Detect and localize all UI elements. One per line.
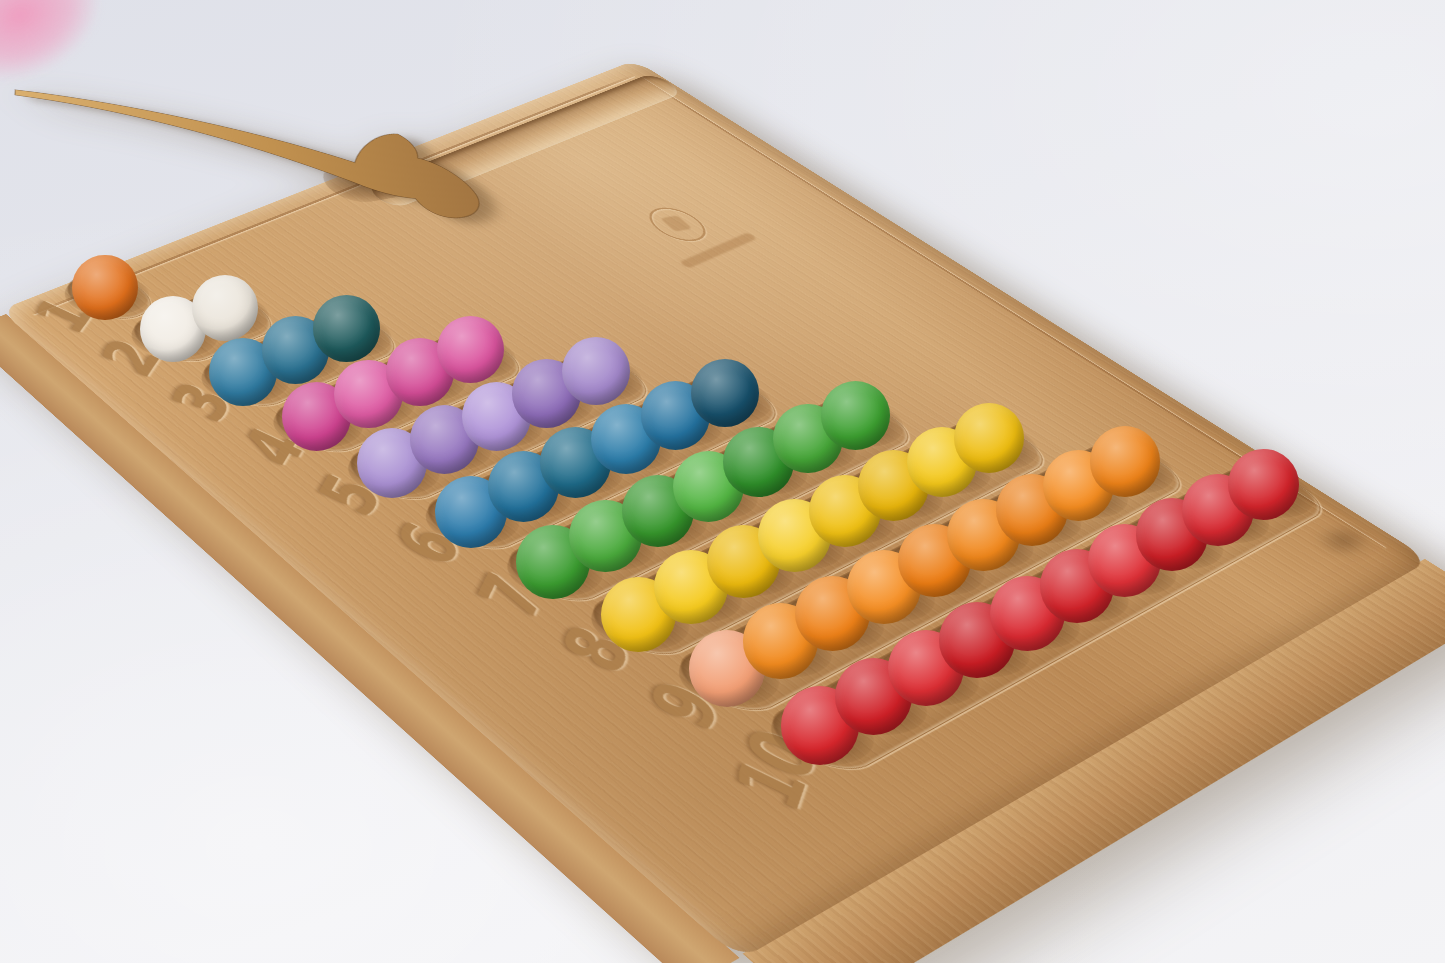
counter-ball-lilac[interactable] bbox=[562, 337, 630, 405]
counter-ball-orange[interactable] bbox=[72, 255, 138, 321]
counter-ball-red[interactable] bbox=[1228, 449, 1299, 520]
balls-layer bbox=[0, 0, 1445, 963]
counter-ball-green[interactable] bbox=[821, 381, 890, 450]
counter-ball-white[interactable] bbox=[192, 275, 258, 341]
photo-scene: 12345678910 bbox=[0, 0, 1445, 963]
counter-ball-blue[interactable] bbox=[691, 359, 760, 428]
counter-ball-pink[interactable] bbox=[437, 316, 504, 383]
counter-ball-yellow[interactable] bbox=[954, 403, 1024, 473]
counter-ball-orange[interactable] bbox=[1090, 426, 1161, 497]
counter-ball-petrol blue[interactable] bbox=[313, 295, 380, 362]
